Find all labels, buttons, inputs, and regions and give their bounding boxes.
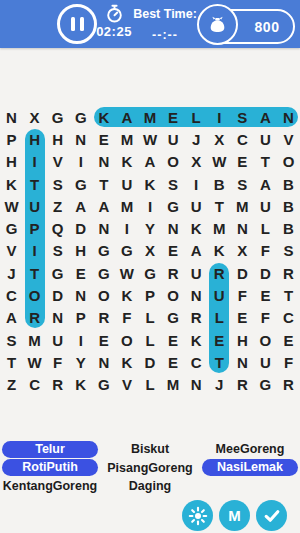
cell-r6c9[interactable]: K (185, 218, 208, 240)
cell-r9c6[interactable]: K (115, 284, 138, 306)
cell-r5c1[interactable]: W (0, 195, 23, 217)
cell-r9c10[interactable]: U (208, 284, 231, 306)
cell-r6c5[interactable]: N (92, 218, 115, 240)
cell-r8c6[interactable]: W (115, 262, 138, 284)
cell-r8c2[interactable]: T (23, 262, 46, 284)
word-pisanggoreng: PisangGoreng (107, 461, 192, 475)
letter-grid: NXGGKAMELISANPHHNEMWUJXCUVHIVINKAOXWETOK… (0, 106, 300, 396)
cell-r12c6[interactable]: K (115, 351, 138, 373)
cell-r4c11[interactable]: S (231, 173, 254, 195)
cell-r12c5[interactable]: N (92, 351, 115, 373)
stopwatch-icon (104, 3, 125, 24)
cell-r13c3[interactable]: R (46, 374, 69, 396)
cell-r1c1[interactable]: N (0, 106, 23, 128)
cell-r9c5[interactable]: O (92, 284, 115, 306)
cell-r8c12[interactable]: D (254, 262, 277, 284)
cell-r11c10[interactable]: E (208, 329, 231, 351)
cell-r5c10[interactable]: T (208, 195, 231, 217)
cell-r13c7[interactable]: L (138, 374, 161, 396)
cell-r3c7[interactable]: A (138, 151, 161, 173)
cell-r4c9[interactable]: I (185, 173, 208, 195)
board: NXGGKAMELISANPHHNEMWUJXCUVHIVINKAOXWETOK… (0, 106, 300, 396)
cell-r2c1[interactable]: P (0, 128, 23, 150)
cell-r9c9[interactable]: N (185, 284, 208, 306)
cell-r3c3[interactable]: V (46, 151, 69, 173)
cell-r1c11[interactable]: S (231, 106, 254, 128)
cell-r12c10[interactable]: T (208, 351, 231, 373)
cell-r12c7[interactable]: D (138, 351, 161, 373)
cell-r11c2[interactable]: M (23, 329, 46, 351)
cell-r13c2[interactable]: C (23, 374, 46, 396)
cell-r7c10[interactable]: K (208, 240, 231, 262)
cell-r10c7[interactable]: L (138, 307, 161, 329)
cell-r11c3[interactable]: U (46, 329, 69, 351)
cell-r7c7[interactable]: X (138, 240, 161, 262)
word-kentanggoreng: KentangGoreng (3, 479, 97, 493)
cell-r1c8[interactable]: E (162, 106, 185, 128)
cell-r2c4[interactable]: N (69, 128, 92, 150)
cell-r3c1[interactable]: H (0, 151, 23, 173)
cell-r5c12[interactable]: U (254, 195, 277, 217)
cell-r7c3[interactable]: S (46, 240, 69, 262)
cell-r3c10[interactable]: W (208, 151, 231, 173)
money-bag-icon (206, 13, 229, 36)
cell-r6c13[interactable]: B (277, 218, 300, 240)
cell-r8c9[interactable]: U (185, 262, 208, 284)
cell-r13c13[interactable]: R (277, 374, 300, 396)
cell-r2c10[interactable]: X (208, 128, 231, 150)
cell-r11c6[interactable]: O (115, 329, 138, 351)
cell-r5c6[interactable]: M (115, 195, 138, 217)
hint-button[interactable] (182, 500, 213, 531)
cell-r7c13[interactable]: S (277, 240, 300, 262)
cell-r4c12[interactable]: A (254, 173, 277, 195)
cell-r1c7[interactable]: M (138, 106, 161, 128)
confirm-button[interactable] (256, 500, 287, 531)
cell-r5c13[interactable]: B (277, 195, 300, 217)
cell-r7c12[interactable]: F (254, 240, 277, 262)
cell-r10c5[interactable]: R (92, 307, 115, 329)
cell-r7c9[interactable]: A (185, 240, 208, 262)
cell-r2c2[interactable]: H (23, 128, 46, 150)
cell-r4c6[interactable]: U (115, 173, 138, 195)
cell-r1c12[interactable]: A (254, 106, 277, 128)
checkmark-icon (262, 506, 282, 526)
cell-r1c13[interactable]: N (277, 106, 300, 128)
cell-r1c4[interactable]: G (69, 106, 92, 128)
cell-r12c2[interactable]: W (23, 351, 46, 373)
cell-r6c3[interactable]: Q (46, 218, 69, 240)
word-list: TelurBiskutMeeGorengRotiPutihPisangGoren… (0, 440, 300, 496)
cell-r10c4[interactable]: P (69, 307, 92, 329)
cell-r8c10[interactable]: R (208, 262, 231, 284)
cell-r7c8[interactable]: E (162, 240, 185, 262)
cell-r1c9[interactable]: L (185, 106, 208, 128)
word-nasilemak: NasiLemak (202, 459, 298, 476)
cell-r2c8[interactable]: U (162, 128, 185, 150)
cell-r3c5[interactable]: N (92, 151, 115, 173)
cell-r6c2[interactable]: P (23, 218, 46, 240)
cell-r10c2[interactable]: R (23, 307, 46, 329)
cell-r1c2[interactable]: X (23, 106, 46, 128)
cell-r7c6[interactable]: G (115, 240, 138, 262)
cell-r4c4[interactable]: G (69, 173, 92, 195)
cell-r7c5[interactable]: G (92, 240, 115, 262)
word-rotiputih: RotiPutih (2, 459, 98, 476)
magic-button[interactable]: M (219, 500, 250, 531)
cell-r12c4[interactable]: Y (69, 351, 92, 373)
cell-r4c5[interactable]: T (92, 173, 115, 195)
cell-r3c9[interactable]: X (185, 151, 208, 173)
cell-r12c9[interactable]: C (185, 351, 208, 373)
cell-r10c8[interactable]: G (162, 307, 185, 329)
cell-r9c1[interactable]: C (0, 284, 23, 306)
cell-r13c6[interactable]: V (115, 374, 138, 396)
best-time-value: --:-- (126, 28, 204, 42)
cell-r12c13[interactable]: F (277, 351, 300, 373)
cell-r10c10[interactable]: L (208, 307, 231, 329)
cell-r10c9[interactable]: R (185, 307, 208, 329)
cell-r2c11[interactable]: C (231, 128, 254, 150)
cell-r11c8[interactable]: E (162, 329, 185, 351)
cell-r11c7[interactable]: L (138, 329, 161, 351)
cell-r12c11[interactable]: N (231, 351, 254, 373)
coin-amount: 800 (243, 9, 291, 44)
cell-r8c8[interactable]: R (162, 262, 185, 284)
word-daging: Daging (129, 479, 171, 493)
cell-r11c11[interactable]: H (231, 329, 254, 351)
cell-r6c10[interactable]: M (208, 218, 231, 240)
cell-r10c6[interactable]: F (115, 307, 138, 329)
cell-r1c6[interactable]: A (115, 106, 138, 128)
cell-r13c1[interactable]: Z (0, 374, 23, 396)
action-buttons: M (182, 500, 287, 531)
cell-r13c11[interactable]: R (231, 374, 254, 396)
word-biskut: Biskut (131, 442, 169, 456)
cell-r6c4[interactable]: D (69, 218, 92, 240)
cell-r5c3[interactable]: Z (46, 195, 69, 217)
cell-r7c1[interactable]: V (0, 240, 23, 262)
cell-r13c12[interactable]: G (254, 374, 277, 396)
cell-r3c11[interactable]: E (231, 151, 254, 173)
cell-r8c1[interactable]: J (0, 262, 23, 284)
cell-r12c3[interactable]: F (46, 351, 69, 373)
cell-r12c12[interactable]: U (254, 351, 277, 373)
cell-r7c2[interactable]: I (23, 240, 46, 262)
cell-r3c2[interactable]: I (23, 151, 46, 173)
cell-r13c8[interactable]: M (162, 374, 185, 396)
cell-r11c12[interactable]: O (254, 329, 277, 351)
cell-r4c10[interactable]: B (208, 173, 231, 195)
cell-r11c4[interactable]: I (69, 329, 92, 351)
cell-r11c1[interactable]: S (0, 329, 23, 351)
cell-r3c6[interactable]: K (115, 151, 138, 173)
cell-r7c11[interactable]: X (231, 240, 254, 262)
cell-r9c12[interactable]: E (254, 284, 277, 306)
pause-icon (71, 17, 75, 31)
cell-r13c5[interactable]: G (92, 374, 115, 396)
best-time-label: Best Time: (126, 7, 204, 21)
cell-r4c3[interactable]: S (46, 173, 69, 195)
sparkle-burst-icon (188, 506, 208, 526)
cell-r3c13[interactable]: O (277, 151, 300, 173)
cell-r1c5[interactable]: K (92, 106, 115, 128)
m-letter-icon: M (228, 507, 241, 524)
cell-r10c1[interactable]: A (0, 307, 23, 329)
cell-r6c8[interactable]: N (162, 218, 185, 240)
cell-r8c5[interactable]: G (92, 262, 115, 284)
best-time-group: Best Time: --:-- (126, 7, 204, 42)
cell-r12c1[interactable]: T (0, 351, 23, 373)
cell-r8c13[interactable]: R (277, 262, 300, 284)
cell-r9c11[interactable]: F (231, 284, 254, 306)
cell-r11c9[interactable]: K (185, 329, 208, 351)
cell-r7c4[interactable]: H (69, 240, 92, 262)
cell-r9c2[interactable]: O (23, 284, 46, 306)
cell-r5c8[interactable]: G (162, 195, 185, 217)
cell-r6c12[interactable]: L (254, 218, 277, 240)
cell-r2c5[interactable]: E (92, 128, 115, 150)
cell-r5c2[interactable]: U (23, 195, 46, 217)
cell-r8c4[interactable]: E (69, 262, 92, 284)
cell-r3c8[interactable]: O (162, 151, 185, 173)
cell-r9c8[interactable]: O (162, 284, 185, 306)
cell-r4c8[interactable]: S (162, 173, 185, 195)
cell-r10c11[interactable]: E (231, 307, 254, 329)
cell-r6c6[interactable]: I (115, 218, 138, 240)
cell-r2c3[interactable]: H (46, 128, 69, 150)
cell-r2c13[interactable]: V (277, 128, 300, 150)
cell-r8c3[interactable]: G (46, 262, 69, 284)
cell-r4c7[interactable]: K (138, 173, 161, 195)
cell-r1c3[interactable]: G (46, 106, 69, 128)
cell-r4c13[interactable]: B (277, 173, 300, 195)
cell-r6c11[interactable]: N (231, 218, 254, 240)
cell-r2c6[interactable]: M (115, 128, 138, 150)
cell-r4c1[interactable]: K (0, 173, 23, 195)
cell-r6c1[interactable]: G (0, 218, 23, 240)
cell-r5c9[interactable]: U (185, 195, 208, 217)
cell-r8c7[interactable]: G (138, 262, 161, 284)
cell-r1c10[interactable]: I (208, 106, 231, 128)
cell-r13c10[interactable]: J (208, 374, 231, 396)
word-meegoreng: MeeGoreng (216, 442, 285, 456)
cell-r12c8[interactable]: E (162, 351, 185, 373)
cell-r5c7[interactable]: I (138, 195, 161, 217)
cell-r9c7[interactable]: P (138, 284, 161, 306)
word-telur: Telur (2, 441, 98, 458)
cell-r4c2[interactable]: T (23, 173, 46, 195)
cell-r9c4[interactable]: N (69, 284, 92, 306)
cell-r11c5[interactable]: E (92, 329, 115, 351)
cell-r10c13[interactable]: C (277, 307, 300, 329)
cell-r5c11[interactable]: M (231, 195, 254, 217)
cell-r2c9[interactable]: J (185, 128, 208, 150)
money-bag-badge[interactable] (197, 4, 238, 45)
cell-r2c7[interactable]: W (138, 128, 161, 150)
cell-r5c4[interactable]: A (69, 195, 92, 217)
cell-r3c12[interactable]: T (254, 151, 277, 173)
cell-r10c3[interactable]: N (46, 307, 69, 329)
cell-r5c5[interactable]: A (92, 195, 115, 217)
cell-r13c9[interactable]: N (185, 374, 208, 396)
cell-r10c12[interactable]: F (254, 307, 277, 329)
cell-r6c7[interactable]: Y (138, 218, 161, 240)
cell-r9c13[interactable]: T (277, 284, 300, 306)
cell-r8c11[interactable]: D (231, 262, 254, 284)
cell-r9c3[interactable]: D (46, 284, 69, 306)
cell-r3c4[interactable]: I (69, 151, 92, 173)
cell-r13c4[interactable]: K (69, 374, 92, 396)
cell-r11c13[interactable]: E (277, 329, 300, 351)
top-bar: 02:25 Best Time: --:-- 800 (0, 0, 300, 48)
cell-r2c12[interactable]: U (254, 128, 277, 150)
